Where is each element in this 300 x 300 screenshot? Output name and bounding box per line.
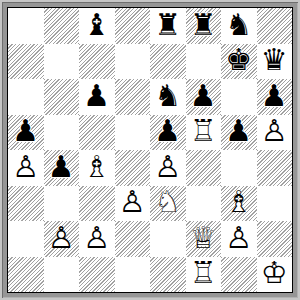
square-b3[interactable] [44, 186, 80, 222]
black-pawn-piece[interactable]: ♟ [79, 79, 115, 115]
square-e5[interactable]: ♟ [150, 115, 186, 151]
square-h6[interactable]: ♟ [257, 79, 293, 115]
white-piece-outline: ♔ [261, 259, 288, 289]
square-h4[interactable] [257, 150, 293, 186]
square-b2[interactable]: ♟♙ [44, 221, 80, 257]
black-piece-glyph: ♞ [225, 10, 252, 40]
white-pawn-piece[interactable]: ♟♙ [150, 150, 186, 186]
square-c8[interactable]: ♝ [79, 8, 115, 44]
black-king-piece[interactable]: ♚ [221, 44, 257, 80]
square-f2[interactable]: ♛♕ [186, 221, 222, 257]
black-rook-piece[interactable]: ♜ [150, 8, 186, 44]
square-a8[interactable] [8, 8, 44, 44]
square-c5[interactable] [79, 115, 115, 151]
white-knight-piece[interactable]: ♞♘ [150, 186, 186, 222]
chess-board[interactable]: ♝♜♜♞♚♛♟♞♟♟♟♟♜♖♟♟♙♟♙♟♝♗♟♙♟♙♞♘♝♗♟♙♟♙♛♕♟♙♜♖… [7, 7, 293, 293]
square-b7[interactable] [44, 44, 80, 80]
black-piece-glyph: ♞ [154, 81, 181, 111]
black-piece-glyph: ♜ [154, 10, 181, 40]
square-f7[interactable] [186, 44, 222, 80]
square-h5[interactable]: ♟♙ [257, 115, 293, 151]
square-g1[interactable] [221, 257, 257, 293]
square-c4[interactable]: ♝♗ [79, 150, 115, 186]
black-pawn-piece[interactable]: ♟ [257, 79, 293, 115]
square-h1[interactable]: ♚♔ [257, 257, 293, 293]
black-piece-glyph: ♟ [190, 81, 217, 111]
square-a1[interactable] [8, 257, 44, 293]
square-g2[interactable]: ♟♙ [221, 221, 257, 257]
square-d2[interactable] [115, 221, 151, 257]
square-f6[interactable]: ♟ [186, 79, 222, 115]
square-b1[interactable] [44, 257, 80, 293]
black-bishop-piece[interactable]: ♝ [79, 8, 115, 44]
square-g3[interactable]: ♝♗ [221, 186, 257, 222]
black-rook-piece[interactable]: ♜ [186, 8, 222, 44]
square-g8[interactable]: ♞ [221, 8, 257, 44]
square-d6[interactable] [115, 79, 151, 115]
square-f1[interactable]: ♜♖ [186, 257, 222, 293]
black-piece-glyph: ♟ [225, 117, 252, 147]
square-b5[interactable] [44, 115, 80, 151]
square-e1[interactable] [150, 257, 186, 293]
square-h3[interactable] [257, 186, 293, 222]
black-pawn-piece[interactable]: ♟ [221, 115, 257, 151]
square-e8[interactable]: ♜ [150, 8, 186, 44]
square-d4[interactable] [115, 150, 151, 186]
white-pawn-piece[interactable]: ♟♙ [257, 115, 293, 151]
white-pawn-piece[interactable]: ♟♙ [115, 186, 151, 222]
square-e3[interactable]: ♞♘ [150, 186, 186, 222]
white-piece-outline: ♙ [154, 152, 181, 182]
white-piece-outline: ♕ [190, 223, 217, 253]
white-piece-outline: ♙ [225, 223, 252, 253]
black-pawn-piece[interactable]: ♟ [186, 79, 222, 115]
square-f8[interactable]: ♜ [186, 8, 222, 44]
board-frame: ♝♜♜♞♚♛♟♞♟♟♟♟♜♖♟♟♙♟♙♟♝♗♟♙♟♙♞♘♝♗♟♙♟♙♛♕♟♙♜♖… [0, 0, 300, 300]
white-piece-outline: ♘ [154, 188, 181, 218]
square-e4[interactable]: ♟♙ [150, 150, 186, 186]
white-queen-piece[interactable]: ♛♕ [186, 221, 222, 257]
black-pawn-piece[interactable]: ♟ [150, 115, 186, 151]
square-h2[interactable] [257, 221, 293, 257]
square-f4[interactable] [186, 150, 222, 186]
black-piece-glyph: ♟ [83, 81, 110, 111]
square-h8[interactable] [257, 8, 293, 44]
white-bishop-piece[interactable]: ♝♗ [79, 150, 115, 186]
square-a5[interactable]: ♟ [8, 115, 44, 151]
square-a3[interactable] [8, 186, 44, 222]
square-c2[interactable]: ♟♙ [79, 221, 115, 257]
square-d7[interactable] [115, 44, 151, 80]
square-a6[interactable] [8, 79, 44, 115]
square-f3[interactable] [186, 186, 222, 222]
white-rook-piece[interactable]: ♜♖ [186, 257, 222, 293]
white-piece-outline: ♙ [261, 117, 288, 147]
black-pawn-piece[interactable]: ♟ [8, 115, 44, 151]
square-g4[interactable] [221, 150, 257, 186]
black-piece-glyph: ♟ [261, 81, 288, 111]
white-pawn-piece[interactable]: ♟♙ [8, 150, 44, 186]
black-piece-glyph: ♛ [261, 46, 288, 76]
black-piece-glyph: ♝ [83, 10, 110, 40]
square-d5[interactable] [115, 115, 151, 151]
square-g5[interactable]: ♟ [221, 115, 257, 151]
white-piece-outline: ♙ [48, 223, 75, 253]
square-c7[interactable] [79, 44, 115, 80]
square-g7[interactable]: ♚ [221, 44, 257, 80]
white-bishop-piece[interactable]: ♝♗ [221, 186, 257, 222]
square-d3[interactable]: ♟♙ [115, 186, 151, 222]
square-a4[interactable]: ♟♙ [8, 150, 44, 186]
square-h7[interactable]: ♛ [257, 44, 293, 80]
square-a2[interactable] [8, 221, 44, 257]
square-c1[interactable] [79, 257, 115, 293]
square-c6[interactable]: ♟ [79, 79, 115, 115]
square-e2[interactable] [150, 221, 186, 257]
white-pawn-piece[interactable]: ♟♙ [44, 221, 80, 257]
square-b4[interactable]: ♟ [44, 150, 80, 186]
square-b8[interactable] [44, 8, 80, 44]
black-pawn-piece[interactable]: ♟ [44, 150, 80, 186]
black-knight-piece[interactable]: ♞ [221, 8, 257, 44]
square-d8[interactable] [115, 8, 151, 44]
square-c3[interactable] [79, 186, 115, 222]
white-king-piece[interactable]: ♚♔ [257, 257, 293, 293]
white-pawn-piece[interactable]: ♟♙ [79, 221, 115, 257]
white-piece-outline: ♖ [190, 259, 217, 289]
white-piece-outline: ♗ [83, 152, 110, 182]
black-piece-glyph: ♟ [12, 117, 39, 147]
square-d1[interactable] [115, 257, 151, 293]
square-a7[interactable] [8, 44, 44, 80]
white-pawn-piece[interactable]: ♟♙ [221, 221, 257, 257]
black-piece-glyph: ♜ [190, 10, 217, 40]
white-rook-piece[interactable]: ♜♖ [186, 115, 222, 151]
white-piece-outline: ♖ [190, 117, 217, 147]
white-piece-outline: ♙ [83, 223, 110, 253]
square-g6[interactable] [221, 79, 257, 115]
square-e6[interactable]: ♞ [150, 79, 186, 115]
black-piece-glyph: ♚ [225, 46, 252, 76]
white-piece-outline: ♗ [225, 188, 252, 218]
square-f5[interactable]: ♜♖ [186, 115, 222, 151]
white-piece-outline: ♙ [12, 152, 39, 182]
square-b6[interactable] [44, 79, 80, 115]
black-queen-piece[interactable]: ♛ [257, 44, 293, 80]
white-piece-outline: ♙ [119, 188, 146, 218]
black-piece-glyph: ♟ [48, 152, 75, 182]
black-knight-piece[interactable]: ♞ [150, 79, 186, 115]
black-piece-glyph: ♟ [154, 117, 181, 147]
square-e7[interactable] [150, 44, 186, 80]
